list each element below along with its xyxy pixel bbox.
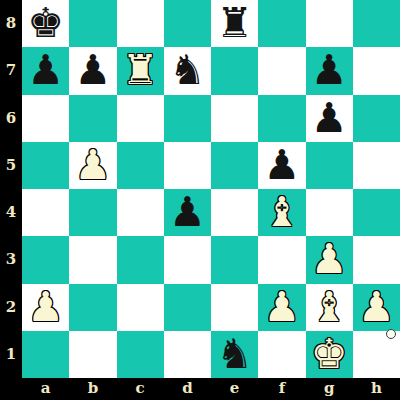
square-b1[interactable]	[69, 331, 116, 378]
square-g3[interactable]: ♟	[306, 236, 353, 283]
square-h5[interactable]	[353, 142, 400, 189]
square-g4[interactable]	[306, 189, 353, 236]
square-f4[interactable]: ♝	[258, 189, 305, 236]
square-f2[interactable]: ♟	[258, 284, 305, 331]
black-rook-e8[interactable]: ♜	[216, 0, 253, 47]
rank-label-8: 8	[0, 0, 22, 47]
file-label-b: b	[69, 378, 116, 400]
white-rook-c7[interactable]: ♜	[122, 47, 159, 94]
rank-label-4: 4	[0, 189, 22, 236]
square-b3[interactable]	[69, 236, 116, 283]
square-a5[interactable]	[22, 142, 69, 189]
square-b4[interactable]	[69, 189, 116, 236]
square-a1[interactable]	[22, 331, 69, 378]
square-e4[interactable]	[211, 189, 258, 236]
square-c2[interactable]	[117, 284, 164, 331]
rank-labels: 87654321	[0, 0, 22, 378]
square-a3[interactable]	[22, 236, 69, 283]
square-b5[interactable]: ♟	[69, 142, 116, 189]
square-a6[interactable]	[22, 95, 69, 142]
square-e7[interactable]	[211, 47, 258, 94]
white-bishop-f4[interactable]: ♝	[263, 189, 300, 236]
square-c1[interactable]	[117, 331, 164, 378]
square-b8[interactable]	[69, 0, 116, 47]
square-c7[interactable]: ♜	[117, 47, 164, 94]
square-e2[interactable]	[211, 284, 258, 331]
rank-label-7: 7	[0, 47, 22, 94]
square-b6[interactable]	[69, 95, 116, 142]
square-d7[interactable]: ♞	[164, 47, 211, 94]
square-a2[interactable]: ♟	[22, 284, 69, 331]
square-b2[interactable]	[69, 284, 116, 331]
black-knight-e1[interactable]: ♞	[216, 331, 253, 378]
white-pawn-g3[interactable]: ♟	[311, 236, 348, 283]
black-pawn-b7[interactable]: ♟	[74, 47, 111, 94]
square-g6[interactable]: ♟	[306, 95, 353, 142]
white-pawn-f2[interactable]: ♟	[263, 284, 300, 331]
square-d3[interactable]	[164, 236, 211, 283]
square-e1[interactable]: ♞	[211, 331, 258, 378]
square-f7[interactable]	[258, 47, 305, 94]
rank-label-2: 2	[0, 284, 22, 331]
white-bishop-g2[interactable]: ♝	[311, 284, 348, 331]
white-to-move-indicator	[386, 329, 396, 339]
square-c4[interactable]	[117, 189, 164, 236]
file-label-c: c	[117, 378, 164, 400]
square-e6[interactable]	[211, 95, 258, 142]
black-pawn-d4[interactable]: ♟	[169, 189, 206, 236]
file-labels: abcdefgh	[0, 378, 400, 400]
square-g1[interactable]: ♚	[306, 331, 353, 378]
black-pawn-g7[interactable]: ♟	[311, 47, 348, 94]
black-king-a8[interactable]: ♚	[27, 0, 64, 47]
rank-label-5: 5	[0, 142, 22, 189]
square-d1[interactable]	[164, 331, 211, 378]
square-d6[interactable]	[164, 95, 211, 142]
white-pawn-a2[interactable]: ♟	[27, 284, 64, 331]
square-e8[interactable]: ♜	[211, 0, 258, 47]
square-c3[interactable]	[117, 236, 164, 283]
black-pawn-f5[interactable]: ♟	[263, 142, 300, 189]
square-h8[interactable]	[353, 0, 400, 47]
square-h2[interactable]: ♟	[353, 284, 400, 331]
square-e3[interactable]	[211, 236, 258, 283]
file-label-a: a	[22, 378, 69, 400]
rank-label-6: 6	[0, 95, 22, 142]
square-f6[interactable]	[258, 95, 305, 142]
white-pawn-h2[interactable]: ♟	[358, 284, 395, 331]
square-g5[interactable]	[306, 142, 353, 189]
rank-label-3: 3	[0, 236, 22, 283]
chess-board: ♚♜♟♟♜♞♟♟♟♟♟♝♟♟♟♝♟♞♚	[22, 0, 400, 378]
square-h3[interactable]	[353, 236, 400, 283]
file-label-e: e	[211, 378, 258, 400]
square-d8[interactable]	[164, 0, 211, 47]
square-h7[interactable]	[353, 47, 400, 94]
file-label-d: d	[164, 378, 211, 400]
square-g7[interactable]: ♟	[306, 47, 353, 94]
square-a8[interactable]: ♚	[22, 0, 69, 47]
file-label-f: f	[258, 378, 305, 400]
square-c5[interactable]	[117, 142, 164, 189]
white-pawn-b5[interactable]: ♟	[74, 142, 111, 189]
square-a7[interactable]: ♟	[22, 47, 69, 94]
chess-puzzle-diagram: 87654321 abcdefgh ♚♜♟♟♜♞♟♟♟♟♟♝♟♟♟♝♟♞♚	[0, 0, 400, 400]
square-c8[interactable]	[117, 0, 164, 47]
square-a4[interactable]	[22, 189, 69, 236]
square-b7[interactable]: ♟	[69, 47, 116, 94]
square-h4[interactable]	[353, 189, 400, 236]
rank-label-1: 1	[0, 331, 22, 378]
square-c6[interactable]	[117, 95, 164, 142]
file-label-h: h	[353, 378, 400, 400]
square-h6[interactable]	[353, 95, 400, 142]
frame-corner	[0, 378, 22, 400]
white-king-g1[interactable]: ♚	[311, 331, 348, 378]
square-f5[interactable]: ♟	[258, 142, 305, 189]
square-d4[interactable]: ♟	[164, 189, 211, 236]
square-g2[interactable]: ♝	[306, 284, 353, 331]
square-d5[interactable]	[164, 142, 211, 189]
square-g8[interactable]	[306, 0, 353, 47]
square-f3[interactable]	[258, 236, 305, 283]
black-pawn-a7[interactable]: ♟	[27, 47, 64, 94]
file-label-g: g	[306, 378, 353, 400]
square-d2[interactable]	[164, 284, 211, 331]
square-f1[interactable]	[258, 331, 305, 378]
black-knight-d7[interactable]: ♞	[169, 47, 206, 94]
square-e5[interactable]	[211, 142, 258, 189]
black-pawn-g6[interactable]: ♟	[311, 95, 348, 142]
square-f8[interactable]	[258, 0, 305, 47]
